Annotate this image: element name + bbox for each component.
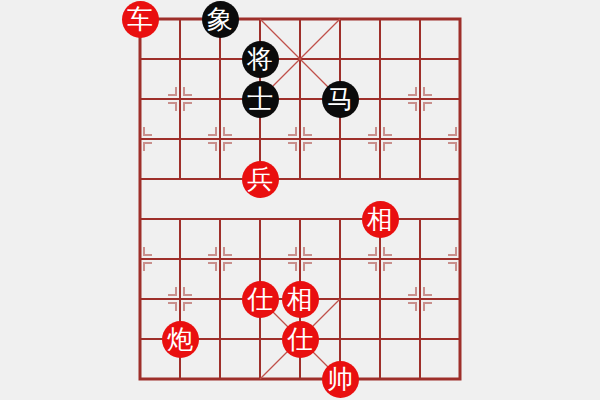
piece-red-elephant[interactable]: 相	[282, 281, 319, 318]
piece-red-cannon[interactable]: 炮	[162, 321, 199, 358]
piece-red-elephant[interactable]: 相	[362, 201, 399, 238]
piece-red-advisor[interactable]: 仕	[282, 321, 319, 358]
piece-black-general[interactable]: 将	[242, 41, 279, 78]
piece-red-general[interactable]: 帅	[322, 361, 359, 398]
piece-red-chariot[interactable]: 车	[122, 1, 159, 38]
piece-red-soldier[interactable]: 兵	[242, 161, 279, 198]
piece-black-elephant[interactable]: 象	[202, 1, 239, 38]
piece-red-advisor[interactable]: 仕	[242, 281, 279, 318]
piece-black-advisor[interactable]: 士	[242, 81, 279, 118]
piece-black-horse[interactable]: 马	[322, 81, 359, 118]
board-intersections[interactable]: 车象将士马兵相仕相仕炮帅	[120, 0, 480, 399]
xiangqi-board: 车象将士马兵相仕相仕炮帅	[0, 0, 600, 400]
